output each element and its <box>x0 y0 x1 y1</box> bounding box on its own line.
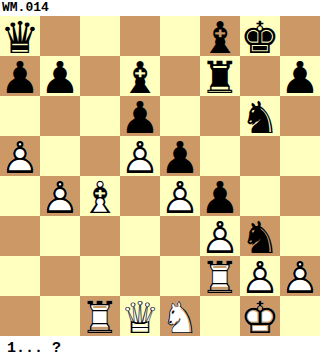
square-g7[interactable] <box>240 56 280 96</box>
square-a2[interactable] <box>0 256 40 296</box>
square-e5[interactable]: ♟ <box>160 136 200 176</box>
piece-white-rook: ♖ <box>200 256 240 296</box>
piece-white-pawn: ♙ <box>120 136 160 176</box>
square-f4[interactable]: ♟ <box>200 176 240 216</box>
square-b4[interactable]: ♟♙ <box>40 176 80 216</box>
piece-white-queen: ♕ <box>120 296 160 336</box>
piece-black-pawn: ♟ <box>0 56 40 96</box>
piece-white-fill: ♚ <box>240 296 280 336</box>
piece-white-fill: ♜ <box>200 256 240 296</box>
square-e1[interactable]: ♞♘ <box>160 296 200 336</box>
square-d2[interactable] <box>120 256 160 296</box>
square-h6[interactable] <box>280 96 320 136</box>
piece-white-fill: ♟ <box>200 216 240 256</box>
piece-black-bishop: ♝ <box>200 16 240 56</box>
square-a7[interactable]: ♟ <box>0 56 40 96</box>
square-g3[interactable]: ♞ <box>240 216 280 256</box>
square-f1[interactable] <box>200 296 240 336</box>
piece-black-pawn: ♟ <box>200 176 240 216</box>
square-f6[interactable] <box>200 96 240 136</box>
square-h3[interactable] <box>280 216 320 256</box>
square-c7[interactable] <box>80 56 120 96</box>
piece-black-king: ♚ <box>240 16 280 56</box>
square-b2[interactable] <box>40 256 80 296</box>
piece-white-fill: ♜ <box>80 296 120 336</box>
square-c8[interactable] <box>80 16 120 56</box>
square-h7[interactable]: ♟ <box>280 56 320 96</box>
piece-white-pawn: ♙ <box>200 216 240 256</box>
square-h4[interactable] <box>280 176 320 216</box>
piece-black-knight: ♞ <box>240 96 280 136</box>
square-g8[interactable]: ♚ <box>240 16 280 56</box>
square-h1[interactable] <box>280 296 320 336</box>
move-prompt: 1... ? <box>0 336 320 360</box>
piece-black-pawn: ♟ <box>280 56 320 96</box>
square-b7[interactable]: ♟ <box>40 56 80 96</box>
piece-white-pawn: ♙ <box>0 136 40 176</box>
square-c1[interactable]: ♜♖ <box>80 296 120 336</box>
square-c4[interactable]: ♝♗ <box>80 176 120 216</box>
square-d7[interactable]: ♝ <box>120 56 160 96</box>
piece-black-rook: ♜ <box>200 56 240 96</box>
square-d4[interactable] <box>120 176 160 216</box>
square-c2[interactable] <box>80 256 120 296</box>
piece-white-fill: ♛ <box>120 296 160 336</box>
chess-board: ♛♝♚♟♟♝♜♟♟♞♟♙♟♙♟♟♙♝♗♟♙♟♟♙♞♜♖♟♙♟♙♜♖♛♕♞♘♚♔ <box>0 16 320 336</box>
square-h2[interactable]: ♟♙ <box>280 256 320 296</box>
square-e4[interactable]: ♟♙ <box>160 176 200 216</box>
piece-white-pawn: ♙ <box>280 256 320 296</box>
piece-white-bishop: ♗ <box>80 176 120 216</box>
square-b8[interactable] <box>40 16 80 56</box>
square-d5[interactable]: ♟♙ <box>120 136 160 176</box>
piece-white-pawn: ♙ <box>240 256 280 296</box>
square-f2[interactable]: ♜♖ <box>200 256 240 296</box>
square-g2[interactable]: ♟♙ <box>240 256 280 296</box>
square-f8[interactable]: ♝ <box>200 16 240 56</box>
piece-white-pawn: ♙ <box>40 176 80 216</box>
piece-white-fill: ♝ <box>80 176 120 216</box>
piece-white-fill: ♟ <box>0 136 40 176</box>
square-d3[interactable] <box>120 216 160 256</box>
page-title: WM.014 <box>0 0 320 16</box>
square-d8[interactable] <box>120 16 160 56</box>
square-e7[interactable] <box>160 56 200 96</box>
square-g4[interactable] <box>240 176 280 216</box>
square-d1[interactable]: ♛♕ <box>120 296 160 336</box>
square-a1[interactable] <box>0 296 40 336</box>
piece-black-pawn: ♟ <box>160 136 200 176</box>
square-g5[interactable] <box>240 136 280 176</box>
square-b3[interactable] <box>40 216 80 256</box>
piece-white-fill: ♟ <box>120 136 160 176</box>
square-c3[interactable] <box>80 216 120 256</box>
square-g1[interactable]: ♚♔ <box>240 296 280 336</box>
piece-black-queen: ♛ <box>0 16 40 56</box>
piece-white-fill: ♟ <box>280 256 320 296</box>
piece-white-fill: ♞ <box>160 296 200 336</box>
square-b6[interactable] <box>40 96 80 136</box>
square-a3[interactable] <box>0 216 40 256</box>
square-h8[interactable] <box>280 16 320 56</box>
piece-black-pawn: ♟ <box>120 96 160 136</box>
square-d6[interactable]: ♟ <box>120 96 160 136</box>
square-h5[interactable] <box>280 136 320 176</box>
piece-white-pawn: ♙ <box>160 176 200 216</box>
square-c5[interactable] <box>80 136 120 176</box>
square-c6[interactable] <box>80 96 120 136</box>
square-g6[interactable]: ♞ <box>240 96 280 136</box>
square-e8[interactable] <box>160 16 200 56</box>
square-e6[interactable] <box>160 96 200 136</box>
piece-white-fill: ♟ <box>160 176 200 216</box>
square-a4[interactable] <box>0 176 40 216</box>
piece-white-rook: ♖ <box>80 296 120 336</box>
square-a6[interactable] <box>0 96 40 136</box>
square-a8[interactable]: ♛ <box>0 16 40 56</box>
chess-puzzle-app: WM.014 ♛♝♚♟♟♝♜♟♟♞♟♙♟♙♟♟♙♝♗♟♙♟♟♙♞♜♖♟♙♟♙♜♖… <box>0 0 320 360</box>
piece-black-bishop: ♝ <box>120 56 160 96</box>
square-f5[interactable] <box>200 136 240 176</box>
square-b5[interactable] <box>40 136 80 176</box>
piece-black-pawn: ♟ <box>40 56 80 96</box>
square-a5[interactable]: ♟♙ <box>0 136 40 176</box>
piece-white-fill: ♟ <box>40 176 80 216</box>
piece-white-fill: ♟ <box>240 256 280 296</box>
square-f7[interactable]: ♜ <box>200 56 240 96</box>
piece-white-knight: ♘ <box>160 296 200 336</box>
square-b1[interactable] <box>40 296 80 336</box>
square-e2[interactable] <box>160 256 200 296</box>
piece-white-king: ♔ <box>240 296 280 336</box>
piece-black-knight: ♞ <box>240 216 280 256</box>
square-e3[interactable] <box>160 216 200 256</box>
square-f3[interactable]: ♟♙ <box>200 216 240 256</box>
